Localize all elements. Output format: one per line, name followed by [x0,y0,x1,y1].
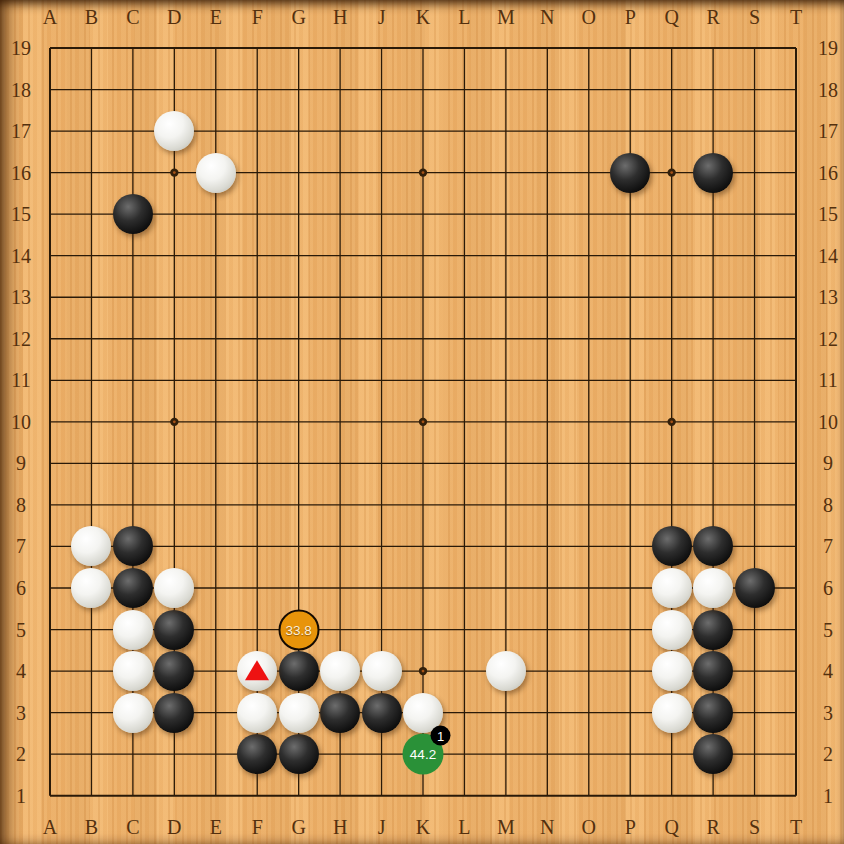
coord-left-10: 10 [11,412,31,432]
coord-top-E: E [210,7,222,27]
winrate-label: 44.2 [410,747,436,762]
winrate-label: 33.8 [286,622,312,637]
white-stone-Q6 [652,568,692,608]
coord-right-9: 9 [823,453,833,473]
coord-top-G: G [291,7,305,27]
coord-left-15: 15 [11,204,31,224]
coord-left-14: 14 [11,246,31,266]
coord-bottom-C: C [126,817,139,837]
coord-top-C: C [126,7,139,27]
coord-top-O: O [582,7,596,27]
coord-top-N: N [540,7,554,27]
white-stone-R6 [693,568,733,608]
black-stone-G2 [279,734,319,774]
coord-top-P: P [625,7,636,27]
coord-right-15: 15 [818,204,838,224]
ai-suggestion-G5[interactable]: 33.8 [278,609,319,650]
coord-bottom-B: B [85,817,98,837]
white-stone-B6 [71,568,111,608]
white-stone-H4 [320,651,360,691]
coord-bottom-N: N [540,817,554,837]
coord-top-F: F [252,7,263,27]
coord-left-7: 7 [16,536,26,556]
white-stone-Q3 [652,693,692,733]
black-stone-D4 [154,651,194,691]
white-stone-Q5 [652,610,692,650]
coord-top-T: T [790,7,802,27]
coord-left-6: 6 [16,578,26,598]
black-stone-D5 [154,610,194,650]
coord-top-L: L [458,7,470,27]
last-move-triangle-F4 [245,660,269,680]
white-stone-B7 [71,526,111,566]
black-stone-R3 [693,693,733,733]
coord-bottom-M: M [497,817,515,837]
black-stone-Q7 [652,526,692,566]
coord-top-Q: Q [664,7,678,27]
white-stone-E16 [196,153,236,193]
coord-right-17: 17 [818,121,838,141]
coord-top-J: J [378,7,386,27]
coord-left-19: 19 [11,38,31,58]
coord-right-10: 10 [818,412,838,432]
coord-bottom-A: A [43,817,57,837]
black-stone-R16 [693,153,733,193]
coord-bottom-H: H [333,817,347,837]
coord-bottom-G: G [291,817,305,837]
coord-right-8: 8 [823,495,833,515]
black-stone-H3 [320,693,360,733]
black-stone-C6 [113,568,153,608]
coord-right-19: 19 [818,38,838,58]
coord-right-6: 6 [823,578,833,598]
black-stone-R5 [693,610,733,650]
white-stone-G3 [279,693,319,733]
coord-top-R: R [706,7,719,27]
coord-left-16: 16 [11,163,31,183]
coord-top-K: K [416,7,430,27]
coord-left-11: 11 [11,370,30,390]
coord-left-1: 1 [16,786,26,806]
white-stone-D17 [154,111,194,151]
coord-top-A: A [43,7,57,27]
coord-top-S: S [749,7,760,27]
white-stone-J4 [362,651,402,691]
coord-top-D: D [167,7,181,27]
coord-bottom-S: S [749,817,760,837]
coord-bottom-Q: Q [664,817,678,837]
black-stone-R4 [693,651,733,691]
coord-bottom-O: O [582,817,596,837]
move-rank-badge: 1 [431,726,451,746]
coord-right-11: 11 [818,370,837,390]
coord-bottom-K: K [416,817,430,837]
black-stone-R7 [693,526,733,566]
coord-right-5: 5 [823,620,833,640]
coord-top-H: H [333,7,347,27]
black-stone-S6 [735,568,775,608]
coord-left-2: 2 [16,744,26,764]
black-stone-C7 [113,526,153,566]
coord-bottom-J: J [378,817,386,837]
coord-bottom-R: R [706,817,719,837]
coord-right-13: 13 [818,287,838,307]
coord-bottom-P: P [625,817,636,837]
coord-bottom-D: D [167,817,181,837]
black-stone-J3 [362,693,402,733]
coord-right-7: 7 [823,536,833,556]
coord-left-12: 12 [11,329,31,349]
coord-right-18: 18 [818,80,838,100]
ai-suggestion-K2[interactable]: 44.21 [403,734,444,775]
coord-left-13: 13 [11,287,31,307]
coord-bottom-F: F [252,817,263,837]
coord-left-5: 5 [16,620,26,640]
white-stone-D6 [154,568,194,608]
coord-right-1: 1 [823,786,833,806]
white-stone-C3 [113,693,153,733]
black-stone-C15 [113,194,153,234]
coord-top-B: B [85,7,98,27]
coord-right-3: 3 [823,703,833,723]
coord-left-17: 17 [11,121,31,141]
white-stone-C5 [113,610,153,650]
coord-right-12: 12 [818,329,838,349]
white-stone-Q4 [652,651,692,691]
coord-bottom-E: E [210,817,222,837]
coord-left-18: 18 [11,80,31,100]
coord-left-9: 9 [16,453,26,473]
coord-left-8: 8 [16,495,26,515]
coord-right-4: 4 [823,661,833,681]
white-stone-C4 [113,651,153,691]
coord-top-M: M [497,7,515,27]
black-stone-R2 [693,734,733,774]
go-board-screen: AABBCCDDEEFFGGHHJJKKLLMMNNOOPPQQRRSSTT19… [0,0,844,844]
black-stone-D3 [154,693,194,733]
coord-right-16: 16 [818,163,838,183]
coord-left-4: 4 [16,661,26,681]
white-stone-M4 [486,651,526,691]
coord-bottom-T: T [790,817,802,837]
coord-left-3: 3 [16,703,26,723]
black-stone-F2 [237,734,277,774]
black-stone-G4 [279,651,319,691]
black-stone-P16 [610,153,650,193]
white-stone-F3 [237,693,277,733]
coord-right-2: 2 [823,744,833,764]
coord-right-14: 14 [818,246,838,266]
coord-bottom-L: L [458,817,470,837]
